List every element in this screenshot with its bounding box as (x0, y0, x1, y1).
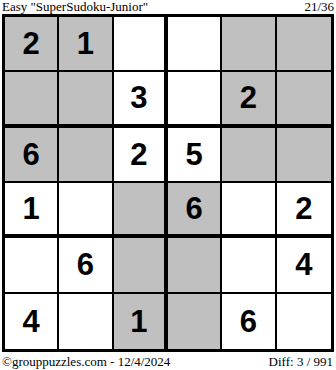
cell-r4c5[interactable] (222, 183, 276, 238)
cell-r3c3[interactable]: 2 (114, 128, 168, 183)
cell-r2c1[interactable] (5, 72, 59, 127)
cell-r6c5[interactable]: 6 (222, 294, 276, 349)
cell-r3c6[interactable] (277, 128, 331, 183)
cell-r5c6[interactable]: 4 (277, 238, 331, 293)
cell-r3c1[interactable]: 6 (5, 128, 59, 183)
header: Easy "SuperSudoku-Junior" 21/36 (0, 0, 336, 14)
cell-r3c5[interactable] (222, 128, 276, 183)
cell-r1c1[interactable]: 2 (5, 17, 59, 72)
cell-r1c3[interactable] (114, 17, 168, 72)
cell-r6c3[interactable]: 1 (114, 294, 168, 349)
cell-r2c6[interactable] (277, 72, 331, 127)
cell-r5c4[interactable] (168, 238, 222, 293)
cell-r6c4[interactable] (168, 294, 222, 349)
cell-r4c3[interactable] (114, 183, 168, 238)
cell-r5c3[interactable] (114, 238, 168, 293)
difficulty-text: Diff: 3 / 991 (269, 355, 333, 368)
sudoku-board: 213262516264416 (2, 14, 334, 352)
cell-r2c5[interactable]: 2 (222, 72, 276, 127)
puzzle-title: Easy "SuperSudoku-Junior" (2, 0, 148, 13)
cell-r5c5[interactable] (222, 238, 276, 293)
cell-r5c2[interactable]: 6 (59, 238, 113, 293)
cell-r1c6[interactable] (277, 17, 331, 72)
footer: ©grouppuzzles.com - 12/4/2024 Diff: 3 / … (0, 355, 336, 368)
cell-r2c4[interactable] (168, 72, 222, 127)
cell-r2c2[interactable] (59, 72, 113, 127)
copyright-text: ©grouppuzzles.com - 12/4/2024 (2, 355, 170, 368)
cell-r1c4[interactable] (168, 17, 222, 72)
cell-r4c2[interactable] (59, 183, 113, 238)
cell-r4c6[interactable]: 2 (277, 183, 331, 238)
cell-r3c2[interactable] (59, 128, 113, 183)
cell-r2c3[interactable]: 3 (114, 72, 168, 127)
cell-r1c2[interactable]: 1 (59, 17, 113, 72)
cell-r4c1[interactable]: 1 (5, 183, 59, 238)
cell-r6c2[interactable] (59, 294, 113, 349)
cell-r6c6[interactable] (277, 294, 331, 349)
cell-r6c1[interactable]: 4 (5, 294, 59, 349)
cell-r1c5[interactable] (222, 17, 276, 72)
cell-r4c4[interactable]: 6 (168, 183, 222, 238)
progress-counter: 21/36 (304, 0, 334, 13)
cell-r3c4[interactable]: 5 (168, 128, 222, 183)
cell-r5c1[interactable] (5, 238, 59, 293)
